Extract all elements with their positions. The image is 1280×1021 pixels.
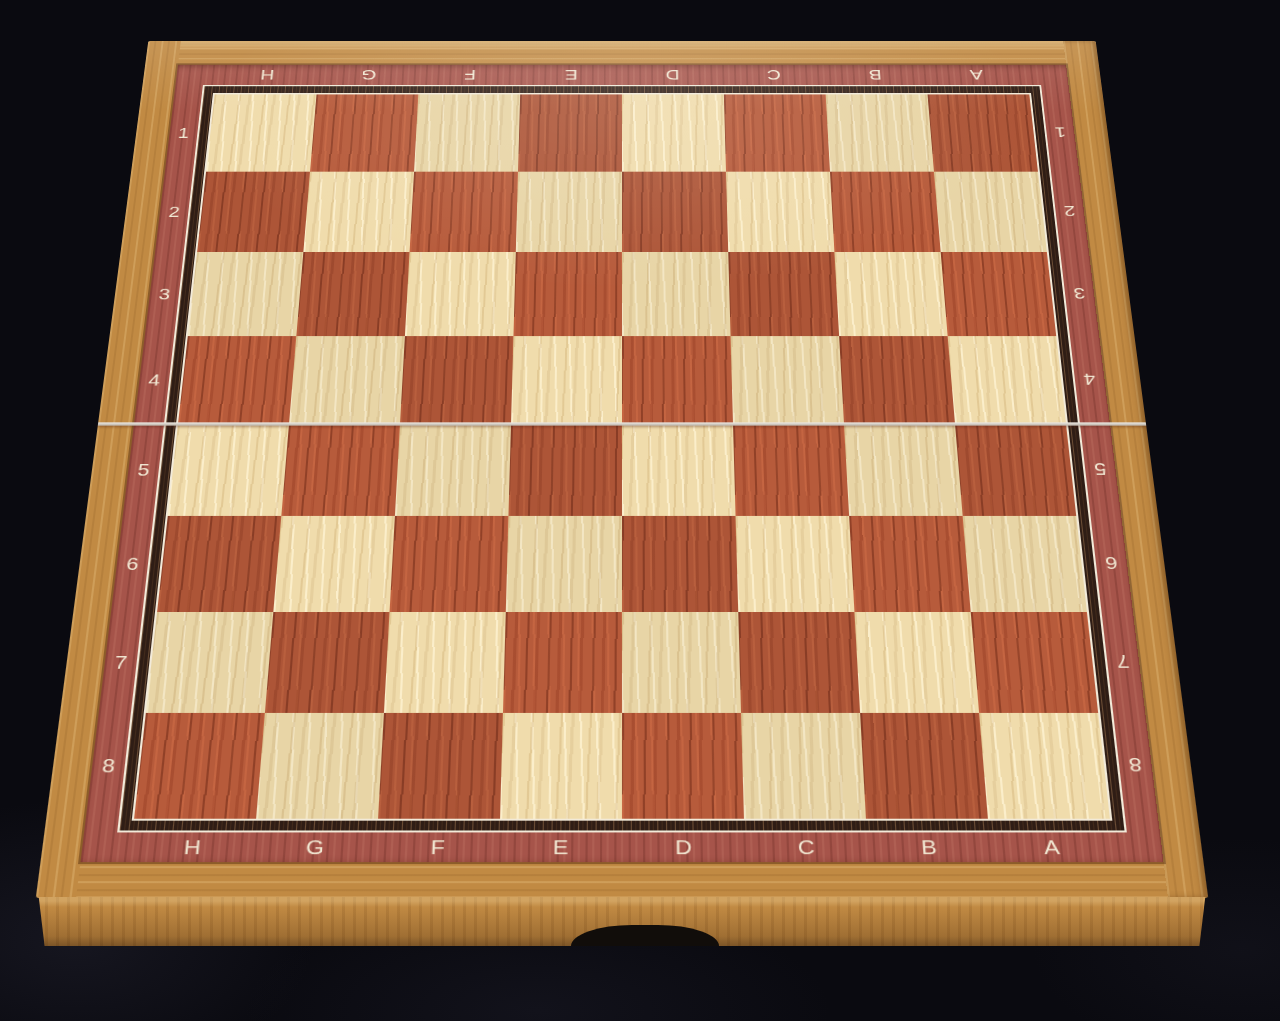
file-label-a: A (989, 832, 1115, 862)
file-labels-bottom: HGFEDCBA (129, 832, 1114, 862)
square-d5[interactable] (622, 424, 736, 516)
file-label-e: E (499, 832, 622, 862)
square-c1[interactable] (724, 94, 830, 171)
square-e4[interactable] (511, 336, 622, 424)
square-h4[interactable] (178, 336, 296, 424)
square-c6[interactable] (736, 516, 855, 612)
square-f8[interactable] (378, 713, 503, 819)
square-g7[interactable] (265, 612, 390, 713)
square-b5[interactable] (844, 424, 963, 516)
square-d3[interactable] (622, 252, 731, 336)
square-c4[interactable] (731, 336, 844, 424)
square-c8[interactable] (741, 713, 866, 819)
square-d2[interactable] (622, 172, 728, 253)
square-d1[interactable] (622, 94, 726, 171)
square-g6[interactable] (273, 516, 395, 612)
file-label-g: G (252, 832, 377, 862)
file-labels-top: HGFEDCBA (216, 65, 1029, 85)
square-e1[interactable] (518, 94, 622, 171)
square-g2[interactable] (303, 172, 414, 253)
square-c3[interactable] (728, 252, 839, 336)
square-d4[interactable] (622, 336, 733, 424)
file-label-c: C (723, 65, 825, 85)
file-label-c: C (744, 832, 868, 862)
file-label-f: F (376, 832, 500, 862)
square-b4[interactable] (839, 336, 955, 424)
square-f5[interactable] (395, 424, 511, 516)
file-label-h: H (129, 832, 255, 862)
square-g1[interactable] (310, 94, 418, 171)
square-a5[interactable] (955, 424, 1076, 516)
square-f4[interactable] (400, 336, 513, 424)
square-g8[interactable] (256, 713, 384, 819)
square-b6[interactable] (849, 516, 971, 612)
square-g5[interactable] (281, 424, 400, 516)
square-f1[interactable] (414, 94, 520, 171)
square-c7[interactable] (738, 612, 860, 713)
hinge-fold-seam (98, 422, 1146, 425)
photo-background: HGFEDCBA HGFEDCBA 12345678 12345678 (0, 0, 1280, 1021)
square-b7[interactable] (854, 612, 979, 713)
square-h3[interactable] (188, 252, 304, 336)
file-label-g: G (317, 65, 420, 85)
file-label-a: A (925, 65, 1028, 85)
square-b8[interactable] (860, 713, 988, 819)
square-h7[interactable] (146, 612, 273, 713)
square-e7[interactable] (503, 612, 622, 713)
square-a1[interactable] (928, 94, 1038, 171)
file-label-b: B (824, 65, 927, 85)
square-e6[interactable] (506, 516, 622, 612)
board-grid (132, 93, 1113, 821)
square-d7[interactable] (622, 612, 741, 713)
square-h6[interactable] (157, 516, 281, 612)
file-label-f: F (419, 65, 521, 85)
square-d8[interactable] (622, 713, 744, 819)
square-a2[interactable] (934, 172, 1047, 253)
square-e5[interactable] (508, 424, 622, 516)
file-label-e: E (520, 65, 622, 85)
square-e8[interactable] (500, 713, 622, 819)
square-c2[interactable] (726, 172, 834, 253)
file-label-h: H (216, 65, 319, 85)
square-b1[interactable] (826, 94, 934, 171)
board-sheet: HGFEDCBA HGFEDCBA 12345678 12345678 (80, 65, 1163, 862)
square-a6[interactable] (963, 516, 1087, 612)
square-h2[interactable] (197, 172, 310, 253)
square-e3[interactable] (513, 252, 622, 336)
square-h1[interactable] (206, 94, 316, 171)
square-b2[interactable] (830, 172, 941, 253)
file-label-b: B (867, 832, 992, 862)
square-h8[interactable] (134, 713, 265, 819)
square-a3[interactable] (941, 252, 1057, 336)
square-d6[interactable] (622, 516, 738, 612)
square-f7[interactable] (384, 612, 506, 713)
square-g3[interactable] (296, 252, 409, 336)
file-label-d: D (622, 832, 745, 862)
square-h5[interactable] (168, 424, 289, 516)
file-label-d: D (622, 65, 724, 85)
square-f6[interactable] (390, 516, 509, 612)
square-g4[interactable] (289, 336, 405, 424)
frame-front-face (34, 897, 1210, 946)
square-a7[interactable] (971, 612, 1098, 713)
chessboard: HGFEDCBA HGFEDCBA 12345678 12345678 (36, 41, 1209, 899)
square-a4[interactable] (948, 336, 1066, 424)
square-a8[interactable] (979, 713, 1110, 819)
square-e2[interactable] (516, 172, 622, 253)
square-f3[interactable] (405, 252, 516, 336)
square-c5[interactable] (733, 424, 849, 516)
square-b3[interactable] (834, 252, 947, 336)
square-f2[interactable] (410, 172, 518, 253)
handle-notch-icon (571, 925, 719, 946)
